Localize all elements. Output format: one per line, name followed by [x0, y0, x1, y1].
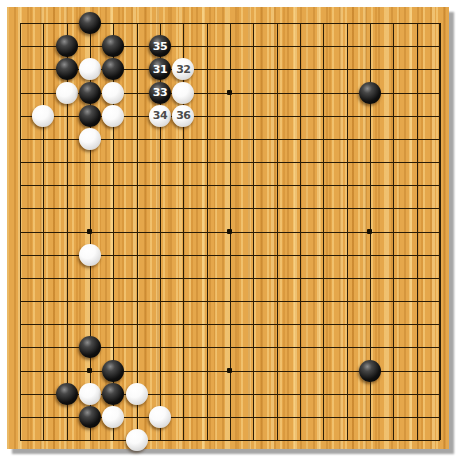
- grid-line-horizontal: [20, 301, 440, 302]
- black-stone[interactable]: [359, 82, 381, 104]
- black-stone[interactable]: 33: [149, 82, 171, 104]
- grid-line-horizontal: [20, 278, 440, 279]
- black-stone[interactable]: 35: [149, 35, 171, 57]
- stone-move-number: 35: [153, 41, 167, 52]
- star-point: [87, 368, 92, 373]
- white-stone[interactable]: 36: [172, 105, 194, 127]
- grid-line-horizontal: [20, 324, 440, 325]
- stone-move-number: 36: [176, 110, 190, 121]
- white-stone[interactable]: 34: [149, 105, 171, 127]
- stone-move-number: 32: [176, 64, 190, 75]
- black-stone[interactable]: [56, 35, 78, 57]
- black-stone[interactable]: [102, 360, 124, 382]
- black-stone[interactable]: [56, 383, 78, 405]
- white-stone[interactable]: [79, 128, 101, 150]
- white-stone[interactable]: [56, 82, 78, 104]
- grid-line-vertical: [417, 23, 418, 440]
- black-stone[interactable]: [79, 12, 101, 34]
- grid-line-vertical: [440, 23, 441, 440]
- black-stone[interactable]: [79, 406, 101, 428]
- black-stone[interactable]: [56, 58, 78, 80]
- stone-move-number: 33: [153, 87, 167, 98]
- black-stone[interactable]: [102, 383, 124, 405]
- white-stone[interactable]: [172, 82, 194, 104]
- white-stone[interactable]: [102, 82, 124, 104]
- white-stone[interactable]: [102, 105, 124, 127]
- grid-line-vertical: [323, 23, 324, 440]
- grid-line-vertical: [347, 23, 348, 440]
- star-point: [87, 229, 92, 234]
- stone-move-number: 34: [153, 110, 167, 121]
- grid-line-vertical: [277, 23, 278, 440]
- white-stone[interactable]: [149, 406, 171, 428]
- white-stone[interactable]: [79, 244, 101, 266]
- star-point: [227, 229, 232, 234]
- grid-line-vertical: [253, 23, 254, 440]
- white-stone[interactable]: [32, 105, 54, 127]
- star-point: [367, 229, 372, 234]
- stone-move-number: 31: [153, 64, 167, 75]
- black-stone[interactable]: [359, 360, 381, 382]
- star-point: [227, 368, 232, 373]
- white-stone[interactable]: [102, 406, 124, 428]
- white-stone[interactable]: [79, 383, 101, 405]
- grid-line-horizontal: [20, 440, 440, 441]
- black-stone[interactable]: [79, 105, 101, 127]
- grid-line-vertical: [300, 23, 301, 440]
- star-point: [227, 90, 232, 95]
- grid-line-vertical: [393, 23, 394, 440]
- page-background: 353132333436: [0, 0, 466, 466]
- black-stone[interactable]: [79, 82, 101, 104]
- white-stone[interactable]: [126, 429, 148, 451]
- white-stone[interactable]: [126, 383, 148, 405]
- go-board[interactable]: 353132333436: [7, 7, 449, 449]
